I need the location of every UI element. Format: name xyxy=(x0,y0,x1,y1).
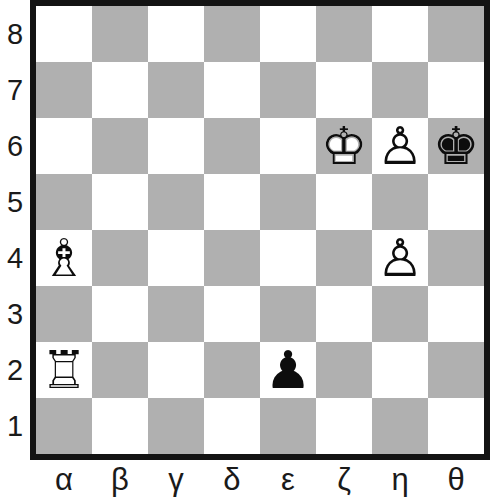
file-label-θ: θ xyxy=(428,460,484,500)
square-δ4[interactable] xyxy=(204,230,260,286)
square-γ8[interactable] xyxy=(148,6,204,62)
chess-diagram: 87654321 ♚♔♟♙♚♝♗♟♙♜♖♟ αβγδεζηθ xyxy=(0,0,500,500)
square-ζ8[interactable] xyxy=(316,6,372,62)
square-γ4[interactable] xyxy=(148,230,204,286)
rank-label-1: 1 xyxy=(0,398,30,454)
square-ε6[interactable] xyxy=(260,118,316,174)
square-γ5[interactable] xyxy=(148,174,204,230)
chess-board: ♚♔♟♙♚♝♗♟♙♜♖♟ xyxy=(30,0,490,460)
square-β6[interactable] xyxy=(92,118,148,174)
rank-labels: 87654321 xyxy=(0,6,30,454)
square-η4[interactable]: ♟♙ xyxy=(372,230,428,286)
file-label-α: α xyxy=(36,460,92,500)
square-γ2[interactable] xyxy=(148,342,204,398)
square-β8[interactable] xyxy=(92,6,148,62)
square-θ1[interactable] xyxy=(428,398,484,454)
square-η7[interactable] xyxy=(372,62,428,118)
square-α7[interactable] xyxy=(36,62,92,118)
square-ζ4[interactable] xyxy=(316,230,372,286)
square-γ7[interactable] xyxy=(148,62,204,118)
file-label-γ: γ xyxy=(148,460,204,500)
square-γ6[interactable] xyxy=(148,118,204,174)
square-α5[interactable] xyxy=(36,174,92,230)
square-ε2[interactable]: ♟ xyxy=(260,342,316,398)
square-α2[interactable]: ♜♖ xyxy=(36,342,92,398)
square-θ8[interactable] xyxy=(428,6,484,62)
square-θ2[interactable] xyxy=(428,342,484,398)
square-ε4[interactable] xyxy=(260,230,316,286)
square-θ3[interactable] xyxy=(428,286,484,342)
file-label-δ: δ xyxy=(204,460,260,500)
square-δ2[interactable] xyxy=(204,342,260,398)
square-ε3[interactable] xyxy=(260,286,316,342)
square-α1[interactable] xyxy=(36,398,92,454)
square-δ1[interactable] xyxy=(204,398,260,454)
square-ζ2[interactable] xyxy=(316,342,372,398)
square-η8[interactable] xyxy=(372,6,428,62)
square-γ3[interactable] xyxy=(148,286,204,342)
square-η5[interactable] xyxy=(372,174,428,230)
black-king[interactable]: ♚ xyxy=(428,118,484,174)
white-king[interactable]: ♔ xyxy=(316,118,372,174)
square-β4[interactable] xyxy=(92,230,148,286)
white-bishop[interactable]: ♗ xyxy=(36,230,92,286)
file-label-η: η xyxy=(372,460,428,500)
rank-label-6: 6 xyxy=(0,118,30,174)
square-θ5[interactable] xyxy=(428,174,484,230)
white-pawn[interactable]: ♙ xyxy=(372,118,428,174)
square-β1[interactable] xyxy=(92,398,148,454)
square-δ3[interactable] xyxy=(204,286,260,342)
file-labels: αβγδεζηθ xyxy=(36,460,484,500)
square-α3[interactable] xyxy=(36,286,92,342)
square-η2[interactable] xyxy=(372,342,428,398)
square-β3[interactable] xyxy=(92,286,148,342)
square-α4[interactable]: ♝♗ xyxy=(36,230,92,286)
square-ε5[interactable] xyxy=(260,174,316,230)
square-ε1[interactable] xyxy=(260,398,316,454)
square-δ7[interactable] xyxy=(204,62,260,118)
rank-label-7: 7 xyxy=(0,62,30,118)
square-β5[interactable] xyxy=(92,174,148,230)
square-η6[interactable]: ♟♙ xyxy=(372,118,428,174)
rank-label-5: 5 xyxy=(0,174,30,230)
square-ζ7[interactable] xyxy=(316,62,372,118)
square-ζ3[interactable] xyxy=(316,286,372,342)
square-δ5[interactable] xyxy=(204,174,260,230)
square-β2[interactable] xyxy=(92,342,148,398)
square-δ8[interactable] xyxy=(204,6,260,62)
square-η3[interactable] xyxy=(372,286,428,342)
rank-label-3: 3 xyxy=(0,286,30,342)
file-label-ζ: ζ xyxy=(316,460,372,500)
square-η1[interactable] xyxy=(372,398,428,454)
rank-label-2: 2 xyxy=(0,342,30,398)
square-θ7[interactable] xyxy=(428,62,484,118)
rank-label-4: 4 xyxy=(0,230,30,286)
square-ζ6[interactable]: ♚♔ xyxy=(316,118,372,174)
square-α8[interactable] xyxy=(36,6,92,62)
square-ε7[interactable] xyxy=(260,62,316,118)
square-ζ1[interactable] xyxy=(316,398,372,454)
square-θ4[interactable] xyxy=(428,230,484,286)
square-β7[interactable] xyxy=(92,62,148,118)
rank-label-8: 8 xyxy=(0,6,30,62)
white-pawn[interactable]: ♙ xyxy=(372,230,428,286)
square-θ6[interactable]: ♚ xyxy=(428,118,484,174)
square-ε8[interactable] xyxy=(260,6,316,62)
black-pawn[interactable]: ♟ xyxy=(260,342,316,398)
square-γ1[interactable] xyxy=(148,398,204,454)
white-rook[interactable]: ♖ xyxy=(36,342,92,398)
square-δ6[interactable] xyxy=(204,118,260,174)
square-ζ5[interactable] xyxy=(316,174,372,230)
file-label-β: β xyxy=(92,460,148,500)
square-α6[interactable] xyxy=(36,118,92,174)
file-label-ε: ε xyxy=(260,460,316,500)
